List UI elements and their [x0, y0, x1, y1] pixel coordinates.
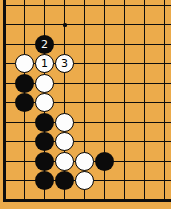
intersection — [0, 93, 15, 113]
grid-line-horizontal — [135, 122, 155, 123]
grid-line-horizontal — [35, 5, 55, 6]
intersection — [155, 132, 172, 152]
grid-line-horizontal — [15, 199, 35, 202]
intersection — [135, 151, 155, 171]
grid-line-horizontal — [15, 5, 35, 6]
intersection — [75, 151, 95, 171]
grid-line-horizontal — [95, 24, 115, 25]
grid-line-horizontal — [15, 44, 35, 45]
intersection — [35, 151, 55, 171]
grid-line-horizontal — [155, 63, 172, 64]
intersection — [35, 132, 55, 152]
grid-line-vertical — [3, 0, 6, 15]
intersection — [35, 190, 55, 209]
intersection — [155, 190, 172, 209]
white-stone — [35, 93, 54, 112]
grid-line-horizontal — [75, 44, 95, 45]
grid-line-horizontal — [4, 5, 15, 6]
grid-line-horizontal — [75, 63, 95, 64]
grid-line-horizontal — [135, 102, 155, 103]
grid-line-horizontal — [4, 122, 15, 123]
intersection — [75, 132, 95, 152]
black-stone: 2 — [35, 35, 54, 54]
intersection — [75, 34, 95, 54]
white-stone — [15, 54, 34, 73]
intersection — [15, 151, 35, 171]
grid-line-vertical — [24, 0, 25, 15]
intersection — [115, 54, 135, 74]
grid-line-horizontal — [115, 44, 135, 45]
intersection — [155, 171, 172, 191]
grid-line-horizontal — [75, 199, 95, 202]
intersection — [115, 73, 135, 93]
intersection — [0, 112, 15, 132]
intersection — [135, 171, 155, 191]
grid-line-horizontal — [115, 24, 135, 25]
intersection — [95, 54, 115, 74]
intersection — [35, 171, 55, 191]
intersection — [0, 190, 15, 209]
grid-line-horizontal — [115, 180, 135, 181]
grid-line-horizontal — [4, 180, 15, 181]
grid-line-horizontal — [115, 83, 135, 84]
grid-line-horizontal — [35, 199, 55, 202]
intersection — [115, 151, 135, 171]
grid-line-horizontal — [135, 199, 155, 202]
white-stone — [75, 171, 94, 190]
intersection — [115, 93, 135, 113]
intersection: 2 — [35, 34, 55, 54]
intersection — [35, 112, 55, 132]
white-stone — [35, 74, 54, 93]
grid-line-horizontal — [135, 83, 155, 84]
grid-line-horizontal — [95, 102, 115, 103]
white-stone — [55, 113, 74, 132]
grid-line-horizontal — [135, 141, 155, 142]
intersection — [0, 34, 15, 54]
intersection — [135, 54, 155, 74]
black-stone — [15, 93, 34, 112]
move-number: 3 — [61, 58, 68, 69]
intersection — [115, 171, 135, 191]
go-board: 213 — [0, 0, 171, 209]
grid-line-horizontal — [135, 44, 155, 45]
intersection — [0, 151, 15, 171]
grid-line-vertical — [124, 0, 125, 15]
white-stone — [75, 152, 94, 171]
intersection — [95, 0, 115, 15]
intersection — [115, 15, 135, 35]
grid-line-horizontal — [4, 161, 15, 162]
grid-line-horizontal — [155, 102, 172, 103]
intersection — [95, 190, 115, 209]
intersection — [15, 73, 35, 93]
grid-line-horizontal — [155, 83, 172, 84]
grid-line-horizontal — [15, 141, 35, 142]
intersection — [75, 190, 95, 209]
grid-line-horizontal — [75, 122, 95, 123]
intersection — [135, 112, 155, 132]
intersection — [115, 0, 135, 15]
grid-line-horizontal — [95, 63, 115, 64]
grid-line-horizontal — [75, 141, 95, 142]
grid-line-vertical — [164, 0, 165, 15]
grid-line-horizontal — [155, 180, 172, 181]
grid-line-horizontal — [4, 141, 15, 142]
intersection — [115, 112, 135, 132]
black-stone — [35, 132, 54, 151]
grid-line-vertical — [64, 0, 65, 15]
intersection — [75, 54, 95, 74]
intersection — [155, 54, 172, 74]
move-number: 2 — [41, 38, 48, 49]
intersection — [0, 73, 15, 93]
intersection — [155, 112, 172, 132]
grid-line-horizontal — [155, 122, 172, 123]
intersection — [95, 151, 115, 171]
intersection — [95, 93, 115, 113]
intersection — [135, 15, 155, 35]
grid-line-vertical — [144, 0, 145, 15]
grid-line-horizontal — [155, 161, 172, 162]
intersection — [75, 93, 95, 113]
intersection — [155, 0, 172, 15]
grid-line-horizontal — [115, 161, 135, 162]
intersection — [0, 132, 15, 152]
grid-line-horizontal — [155, 141, 172, 142]
intersection — [55, 112, 75, 132]
intersection — [55, 132, 75, 152]
grid-line-horizontal — [155, 199, 172, 202]
star-point — [63, 23, 67, 27]
grid-line-horizontal — [4, 102, 15, 103]
grid-line-horizontal — [75, 102, 95, 103]
intersection — [55, 190, 75, 209]
grid-line-horizontal — [95, 141, 115, 142]
intersection — [0, 171, 15, 191]
white-stone: 3 — [55, 54, 74, 73]
intersection — [15, 34, 35, 54]
grid-line-horizontal — [135, 180, 155, 181]
black-stone — [35, 152, 54, 171]
go-board-grid: 213 — [0, 0, 171, 209]
intersection — [55, 93, 75, 113]
black-stone — [95, 152, 114, 171]
grid-line-horizontal — [95, 180, 115, 181]
intersection: 3 — [55, 54, 75, 74]
intersection — [55, 73, 75, 93]
grid-line-horizontal — [75, 83, 95, 84]
grid-line-horizontal — [115, 199, 135, 202]
intersection — [15, 171, 35, 191]
grid-line-vertical — [84, 0, 85, 15]
intersection — [55, 34, 75, 54]
intersection — [55, 0, 75, 15]
intersection — [135, 0, 155, 15]
intersection — [155, 73, 172, 93]
grid-line-horizontal — [55, 44, 75, 45]
grid-line-horizontal — [155, 24, 172, 25]
grid-line-horizontal — [155, 5, 172, 6]
intersection — [155, 34, 172, 54]
intersection — [155, 151, 172, 171]
grid-line-horizontal — [55, 102, 75, 103]
intersection: 1 — [35, 54, 55, 74]
intersection — [135, 132, 155, 152]
grid-line-horizontal — [95, 122, 115, 123]
intersection — [0, 0, 15, 15]
intersection — [75, 15, 95, 35]
intersection — [35, 93, 55, 113]
grid-line-horizontal — [135, 63, 155, 64]
white-stone — [55, 152, 74, 171]
intersection — [95, 112, 115, 132]
grid-line-horizontal — [4, 24, 15, 25]
intersection — [115, 132, 135, 152]
intersection — [115, 190, 135, 209]
grid-line-horizontal — [55, 199, 75, 202]
intersection — [15, 15, 35, 35]
intersection — [75, 171, 95, 191]
grid-line-horizontal — [15, 161, 35, 162]
black-stone — [15, 74, 34, 93]
intersection — [75, 73, 95, 93]
intersection — [35, 73, 55, 93]
grid-line-horizontal — [95, 83, 115, 84]
black-stone — [35, 171, 54, 190]
grid-line-horizontal — [4, 63, 15, 64]
intersection — [15, 93, 35, 113]
grid-line-horizontal — [95, 44, 115, 45]
grid-line-horizontal — [35, 24, 55, 25]
grid-line-horizontal — [155, 44, 172, 45]
intersection — [55, 171, 75, 191]
grid-line-vertical — [44, 0, 45, 15]
grid-line-horizontal — [135, 161, 155, 162]
grid-line-horizontal — [4, 44, 15, 45]
intersection — [135, 73, 155, 93]
grid-line-horizontal — [4, 83, 15, 84]
grid-line-horizontal — [135, 5, 155, 6]
grid-line-horizontal — [55, 5, 75, 6]
intersection — [15, 132, 35, 152]
white-stone — [55, 132, 74, 151]
intersection — [75, 112, 95, 132]
grid-line-horizontal — [115, 141, 135, 142]
grid-line-horizontal — [15, 24, 35, 25]
grid-line-horizontal — [115, 122, 135, 123]
intersection — [55, 151, 75, 171]
intersection — [135, 34, 155, 54]
intersection — [95, 132, 115, 152]
intersection — [0, 15, 15, 35]
intersection — [95, 15, 115, 35]
intersection — [55, 15, 75, 35]
grid-line-horizontal — [15, 180, 35, 181]
grid-line-horizontal — [75, 5, 95, 6]
grid-line-horizontal — [75, 24, 95, 25]
intersection — [95, 171, 115, 191]
intersection — [35, 0, 55, 15]
intersection — [115, 34, 135, 54]
grid-line-horizontal — [115, 5, 135, 6]
intersection — [15, 0, 35, 15]
intersection — [35, 15, 55, 35]
grid-line-horizontal — [115, 63, 135, 64]
intersection — [75, 0, 95, 15]
intersection — [15, 112, 35, 132]
grid-line-horizontal — [95, 199, 115, 202]
black-stone — [35, 113, 54, 132]
intersection — [15, 54, 35, 74]
intersection — [95, 34, 115, 54]
grid-line-horizontal — [15, 122, 35, 123]
grid-line-horizontal — [135, 24, 155, 25]
grid-line-horizontal — [55, 83, 75, 84]
intersection — [0, 54, 15, 74]
intersection — [95, 73, 115, 93]
intersection — [15, 190, 35, 209]
grid-line-horizontal — [115, 102, 135, 103]
grid-line-vertical — [104, 0, 105, 15]
intersection — [135, 93, 155, 113]
intersection — [135, 190, 155, 209]
intersection — [155, 15, 172, 35]
grid-line-horizontal — [4, 199, 15, 202]
move-number: 1 — [41, 58, 48, 69]
black-stone — [55, 171, 74, 190]
grid-line-horizontal — [95, 5, 115, 6]
intersection — [155, 93, 172, 113]
white-stone: 1 — [35, 54, 54, 73]
